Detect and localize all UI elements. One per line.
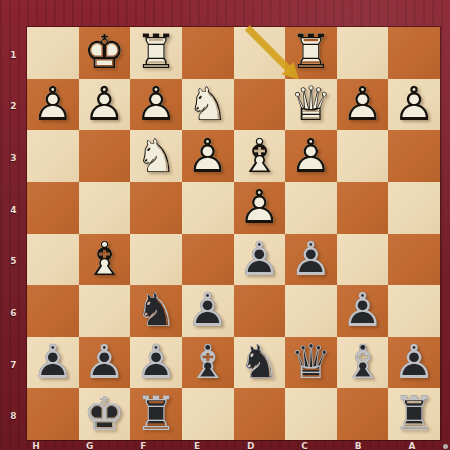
square-d5[interactable]: ♟♙ bbox=[234, 234, 286, 286]
file-label-b: B bbox=[355, 441, 362, 450]
black-knight-outline-icon: ♘ bbox=[130, 284, 182, 336]
file-label-h: H bbox=[32, 441, 40, 450]
black-knight-outline-icon: ♘ bbox=[234, 336, 286, 388]
square-d8[interactable] bbox=[234, 388, 286, 440]
square-e5[interactable] bbox=[182, 234, 234, 286]
white-king[interactable]: ♚♔ bbox=[79, 27, 131, 79]
square-a7[interactable]: ♟♙ bbox=[388, 337, 440, 389]
square-e1[interactable] bbox=[182, 27, 234, 79]
black-king[interactable]: ♚♔ bbox=[79, 388, 131, 440]
square-h7[interactable]: ♟♙ bbox=[27, 337, 79, 389]
square-c5[interactable]: ♟♙ bbox=[285, 234, 337, 286]
square-f4[interactable] bbox=[130, 182, 182, 234]
square-a6[interactable] bbox=[388, 285, 440, 337]
white-pawn-outline-icon: ♙ bbox=[337, 78, 389, 130]
square-g6[interactable] bbox=[79, 285, 131, 337]
white-pawn[interactable]: ♟♙ bbox=[285, 130, 337, 182]
black-pawn[interactable]: ♟♙ bbox=[79, 337, 131, 389]
square-c1[interactable]: ♜♖ bbox=[285, 27, 337, 79]
white-rook[interactable]: ♜♖ bbox=[130, 27, 182, 79]
file-label-f: F bbox=[140, 441, 146, 450]
corner-dot bbox=[443, 444, 448, 449]
white-queen[interactable]: ♛♕ bbox=[285, 79, 337, 131]
black-pawn[interactable]: ♟♙ bbox=[234, 234, 286, 286]
white-king-outline-icon: ♔ bbox=[79, 26, 131, 78]
square-f5[interactable] bbox=[130, 234, 182, 286]
black-bishop-outline-icon: ♗ bbox=[182, 336, 234, 388]
black-pawn-outline-icon: ♙ bbox=[234, 233, 286, 285]
square-c8[interactable] bbox=[285, 388, 337, 440]
square-c6[interactable] bbox=[285, 285, 337, 337]
square-c7[interactable]: ♛♕ bbox=[285, 337, 337, 389]
rank-label-3: 3 bbox=[10, 153, 16, 163]
black-pawn-outline-icon: ♙ bbox=[130, 336, 182, 388]
black-bishop[interactable]: ♝♗ bbox=[182, 337, 234, 389]
square-d3[interactable]: ♝♗ bbox=[234, 130, 286, 182]
square-c3[interactable]: ♟♙ bbox=[285, 130, 337, 182]
square-g2[interactable]: ♟♙ bbox=[79, 79, 131, 131]
file-label-c: C bbox=[301, 441, 308, 450]
white-pawn[interactable]: ♟♙ bbox=[234, 182, 286, 234]
square-g4[interactable] bbox=[79, 182, 131, 234]
white-pawn-outline-icon: ♙ bbox=[182, 129, 234, 181]
black-rook[interactable]: ♜♖ bbox=[388, 388, 440, 440]
black-pawn-outline-icon: ♙ bbox=[27, 336, 79, 388]
chess-board: ♚♔♜♖♜♖♟♙♟♙♟♙♞♘♛♕♟♙♟♙♞♘♟♙♝♗♟♙♟♙♝♗♟♙♟♙♞♘♟♙… bbox=[27, 27, 440, 440]
square-e4[interactable] bbox=[182, 182, 234, 234]
black-rook-outline-icon: ♖ bbox=[388, 387, 440, 439]
white-bishop-outline-icon: ♗ bbox=[79, 233, 131, 285]
black-pawn-outline-icon: ♙ bbox=[388, 336, 440, 388]
square-b2[interactable]: ♟♙ bbox=[337, 79, 389, 131]
black-bishop-outline-icon: ♗ bbox=[337, 336, 389, 388]
square-h8[interactable] bbox=[27, 388, 79, 440]
square-g3[interactable] bbox=[79, 130, 131, 182]
white-rook-outline-icon: ♖ bbox=[285, 26, 337, 78]
black-pawn-outline-icon: ♙ bbox=[79, 336, 131, 388]
black-bishop[interactable]: ♝♗ bbox=[337, 337, 389, 389]
square-f3[interactable]: ♞♘ bbox=[130, 130, 182, 182]
square-h4[interactable] bbox=[27, 182, 79, 234]
black-pawn[interactable]: ♟♙ bbox=[285, 234, 337, 286]
black-rook[interactable]: ♜♖ bbox=[130, 388, 182, 440]
square-b6[interactable]: ♟♙ bbox=[337, 285, 389, 337]
black-pawn[interactable]: ♟♙ bbox=[130, 337, 182, 389]
black-pawn[interactable]: ♟♙ bbox=[337, 285, 389, 337]
square-f7[interactable]: ♟♙ bbox=[130, 337, 182, 389]
square-f8[interactable]: ♜♖ bbox=[130, 388, 182, 440]
square-a3[interactable] bbox=[388, 130, 440, 182]
square-b1[interactable] bbox=[337, 27, 389, 79]
white-pawn[interactable]: ♟♙ bbox=[337, 79, 389, 131]
file-label-a: A bbox=[408, 441, 415, 450]
white-queen-outline-icon: ♕ bbox=[285, 78, 337, 130]
black-pawn-outline-icon: ♙ bbox=[182, 284, 234, 336]
square-g7[interactable]: ♟♙ bbox=[79, 337, 131, 389]
square-b7[interactable]: ♝♗ bbox=[337, 337, 389, 389]
rank-label-5: 5 bbox=[10, 256, 16, 266]
square-g8[interactable]: ♚♔ bbox=[79, 388, 131, 440]
square-b5[interactable] bbox=[337, 234, 389, 286]
square-h1[interactable] bbox=[27, 27, 79, 79]
white-knight[interactable]: ♞♘ bbox=[130, 130, 182, 182]
white-knight-outline-icon: ♘ bbox=[182, 78, 234, 130]
black-pawn[interactable]: ♟♙ bbox=[388, 337, 440, 389]
square-a2[interactable]: ♟♙ bbox=[388, 79, 440, 131]
square-e2[interactable]: ♞♘ bbox=[182, 79, 234, 131]
square-f6[interactable]: ♞♘ bbox=[130, 285, 182, 337]
square-h5[interactable] bbox=[27, 234, 79, 286]
white-pawn[interactable]: ♟♙ bbox=[388, 79, 440, 131]
chess-diagram: ♚♔♜♖♜♖♟♙♟♙♟♙♞♘♛♕♟♙♟♙♞♘♟♙♝♗♟♙♟♙♝♗♟♙♟♙♞♘♟♙… bbox=[0, 0, 450, 450]
black-pawn[interactable]: ♟♙ bbox=[182, 285, 234, 337]
square-b8[interactable] bbox=[337, 388, 389, 440]
black-pawn-outline-icon: ♙ bbox=[285, 233, 337, 285]
square-h6[interactable] bbox=[27, 285, 79, 337]
square-b4[interactable] bbox=[337, 182, 389, 234]
square-b3[interactable] bbox=[337, 130, 389, 182]
rank-label-2: 2 bbox=[10, 101, 16, 111]
white-pawn-outline-icon: ♙ bbox=[285, 129, 337, 181]
square-a1[interactable] bbox=[388, 27, 440, 79]
white-knight[interactable]: ♞♘ bbox=[182, 79, 234, 131]
square-c2[interactable]: ♛♕ bbox=[285, 79, 337, 131]
black-king-outline-icon: ♔ bbox=[79, 387, 131, 439]
white-pawn-outline-icon: ♙ bbox=[130, 78, 182, 130]
rank-label-4: 4 bbox=[10, 205, 16, 215]
white-pawn-outline-icon: ♙ bbox=[234, 181, 286, 233]
white-pawn[interactable]: ♟♙ bbox=[182, 130, 234, 182]
square-a4[interactable] bbox=[388, 182, 440, 234]
white-bishop-outline-icon: ♗ bbox=[234, 129, 286, 181]
white-pawn[interactable]: ♟♙ bbox=[27, 79, 79, 131]
square-e8[interactable] bbox=[182, 388, 234, 440]
black-queen-outline-icon: ♕ bbox=[285, 336, 337, 388]
square-f2[interactable]: ♟♙ bbox=[130, 79, 182, 131]
square-d2[interactable] bbox=[234, 79, 286, 131]
file-label-g: G bbox=[86, 441, 93, 450]
white-pawn-outline-icon: ♙ bbox=[79, 78, 131, 130]
square-f1[interactable]: ♜♖ bbox=[130, 27, 182, 79]
file-label-d: D bbox=[247, 441, 254, 450]
square-e3[interactable]: ♟♙ bbox=[182, 130, 234, 182]
white-pawn[interactable]: ♟♙ bbox=[79, 79, 131, 131]
white-pawn-outline-icon: ♙ bbox=[388, 78, 440, 130]
white-pawn-outline-icon: ♙ bbox=[27, 78, 79, 130]
black-rook-outline-icon: ♖ bbox=[130, 387, 182, 439]
square-a5[interactable] bbox=[388, 234, 440, 286]
square-h3[interactable] bbox=[27, 130, 79, 182]
black-pawn[interactable]: ♟♙ bbox=[27, 337, 79, 389]
rank-label-1: 1 bbox=[10, 50, 16, 60]
square-d6[interactable] bbox=[234, 285, 286, 337]
white-knight-outline-icon: ♘ bbox=[130, 129, 182, 181]
square-a8[interactable]: ♜♖ bbox=[388, 388, 440, 440]
white-bishop[interactable]: ♝♗ bbox=[234, 130, 286, 182]
square-d4[interactable]: ♟♙ bbox=[234, 182, 286, 234]
file-label-e: E bbox=[194, 441, 200, 450]
black-knight[interactable]: ♞♘ bbox=[234, 337, 286, 389]
white-bishop[interactable]: ♝♗ bbox=[79, 234, 131, 286]
square-g5[interactable]: ♝♗ bbox=[79, 234, 131, 286]
rank-label-6: 6 bbox=[10, 308, 16, 318]
white-rook[interactable]: ♜♖ bbox=[285, 27, 337, 79]
rank-label-7: 7 bbox=[10, 360, 16, 370]
square-h2[interactable]: ♟♙ bbox=[27, 79, 79, 131]
white-rook-outline-icon: ♖ bbox=[130, 26, 182, 78]
square-e6[interactable]: ♟♙ bbox=[182, 285, 234, 337]
square-c4[interactable] bbox=[285, 182, 337, 234]
black-knight[interactable]: ♞♘ bbox=[130, 285, 182, 337]
black-queen[interactable]: ♛♕ bbox=[285, 337, 337, 389]
square-d1[interactable] bbox=[234, 27, 286, 79]
square-d7[interactable]: ♞♘ bbox=[234, 337, 286, 389]
square-g1[interactable]: ♚♔ bbox=[79, 27, 131, 79]
black-pawn-outline-icon: ♙ bbox=[337, 284, 389, 336]
rank-label-8: 8 bbox=[10, 411, 16, 421]
square-e7[interactable]: ♝♗ bbox=[182, 337, 234, 389]
white-pawn[interactable]: ♟♙ bbox=[130, 79, 182, 131]
